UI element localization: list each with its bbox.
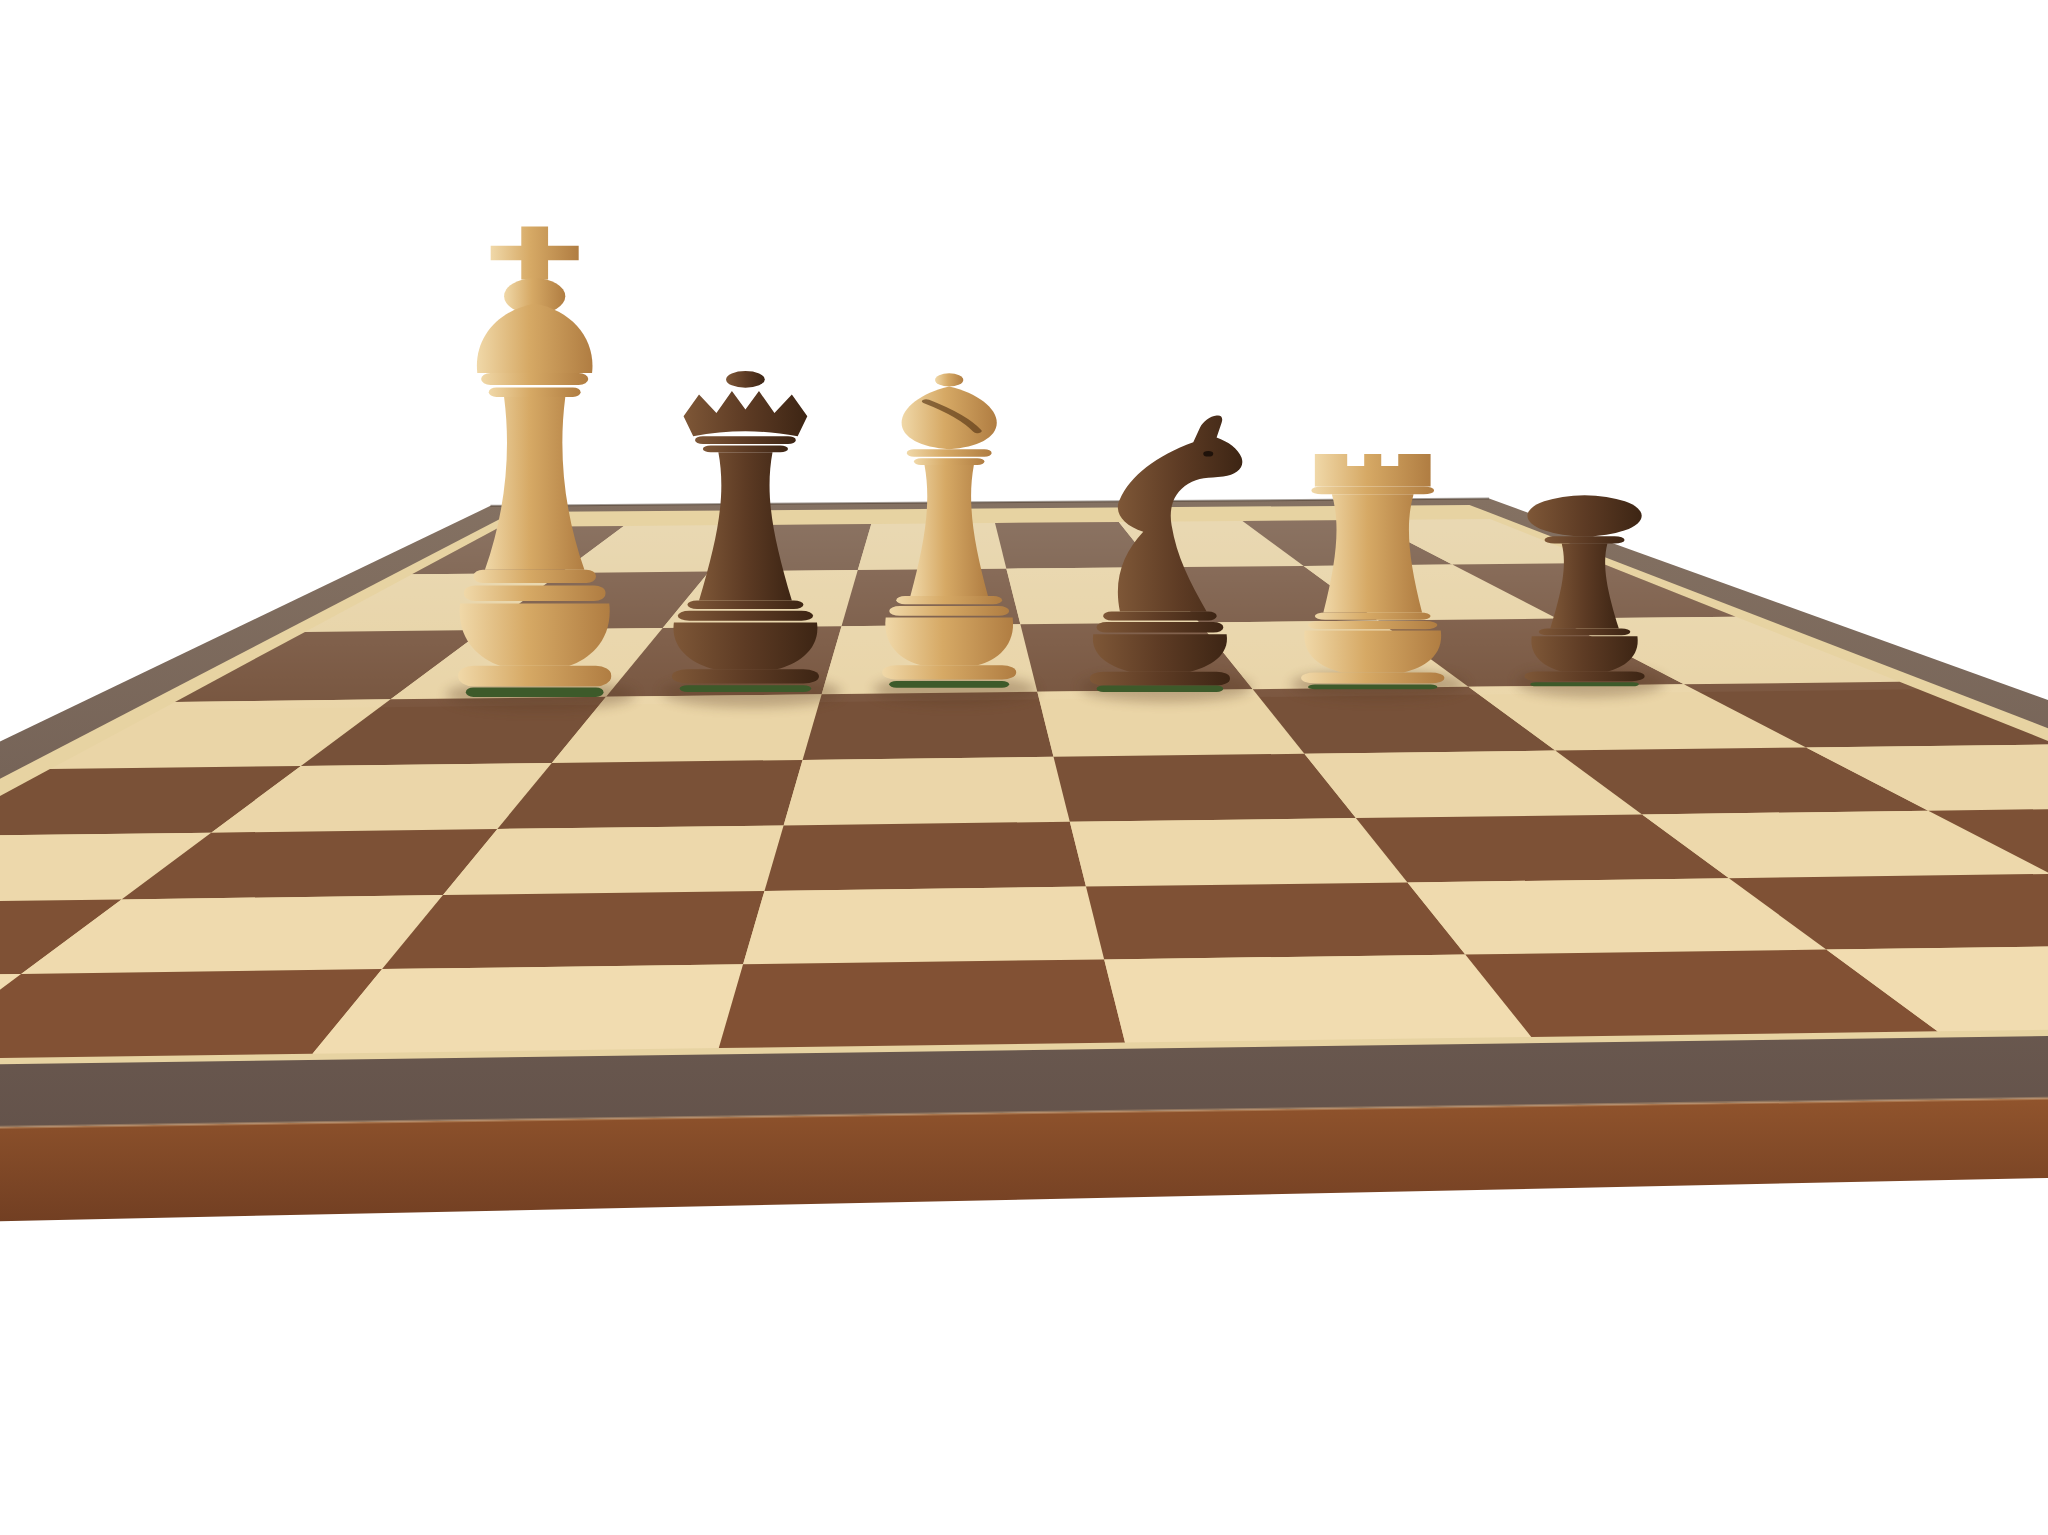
board-square — [313, 964, 744, 1054]
board-square — [765, 822, 1087, 891]
board-square — [1086, 882, 1465, 959]
chess-board — [0, 0, 2048, 1535]
board-square — [1070, 818, 1408, 887]
board-square — [443, 825, 784, 895]
board-square — [743, 887, 1104, 965]
chessboard-photo — [0, 0, 2048, 1535]
board-square — [382, 891, 764, 969]
board-square — [784, 757, 1070, 826]
board-square — [1054, 754, 1356, 822]
chess-piece-white-king — [458, 227, 611, 697]
board-square — [1104, 955, 1531, 1043]
board-square — [719, 959, 1125, 1048]
